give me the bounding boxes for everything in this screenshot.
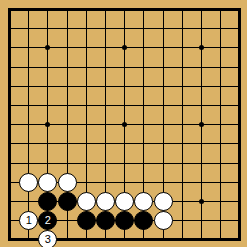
grid-line-vertical	[182, 10, 183, 240]
white-stone	[77, 192, 96, 211]
white-stone	[58, 173, 77, 192]
grid-line-horizontal	[10, 143, 240, 144]
white-stone	[154, 192, 173, 211]
star-point	[199, 199, 204, 204]
move-3-stone: 3	[38, 230, 57, 247]
white-stone	[19, 173, 38, 192]
black-stone	[77, 211, 96, 230]
black-stone	[58, 192, 77, 211]
go-board: 123	[0, 0, 247, 247]
grid-line-horizontal	[10, 163, 240, 164]
grid-line-vertical	[220, 10, 221, 240]
go-diagram: 123	[0, 0, 247, 247]
white-stone	[96, 192, 115, 211]
white-stone	[154, 211, 173, 230]
